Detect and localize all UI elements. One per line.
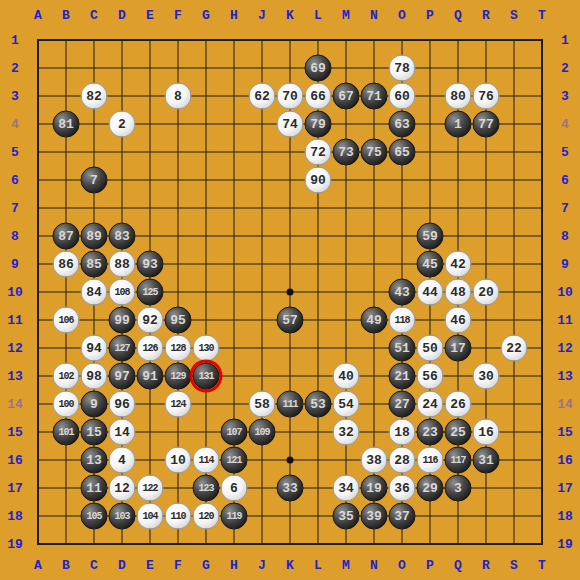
column-label-bottom-d: D: [118, 558, 126, 573]
column-label-bottom-a: A: [34, 558, 42, 573]
stone-number: 126: [142, 343, 157, 353]
stone-black-77-r4: 77: [473, 111, 500, 138]
stone-black-109-j15: 109: [249, 419, 276, 446]
row-label-right-8: 8: [561, 229, 569, 244]
stone-black-23-p15: 23: [417, 419, 444, 446]
stone-number: 2: [118, 118, 126, 131]
stone-black-75-n5: 75: [361, 139, 388, 166]
row-label-left-11: 11: [7, 313, 23, 328]
stone-black-1-q4: 1: [445, 111, 472, 138]
stone-number: 49: [366, 314, 382, 327]
column-label-top-e: E: [146, 8, 154, 23]
stone-black-117-q16: 117: [445, 447, 472, 474]
stone-black-81-b4: 81: [53, 111, 80, 138]
stone-white-88-d9: 88: [109, 251, 136, 278]
stone-number: 62: [254, 90, 270, 103]
row-label-left-19: 19: [7, 537, 23, 552]
stone-number: 97: [114, 370, 130, 383]
stone-black-53-l14: 53: [305, 391, 332, 418]
stone-number: 79: [310, 118, 326, 131]
stone-number: 18: [394, 426, 410, 439]
stone-number: 63: [394, 118, 410, 131]
stone-white-72-l5: 72: [305, 139, 332, 166]
stone-number: 35: [338, 510, 354, 523]
stone-number: 27: [394, 398, 410, 411]
stone-black-73-m5: 73: [333, 139, 360, 166]
stone-number: 99: [114, 314, 130, 327]
row-label-right-17: 17: [557, 481, 573, 496]
stone-number: 128: [170, 343, 185, 353]
stone-number: 91: [142, 370, 158, 383]
stone-white-108-d10: 108: [109, 279, 136, 306]
stone-black-57-k11: 57: [277, 307, 304, 334]
stone-number: 105: [86, 511, 101, 521]
row-label-right-1: 1: [561, 33, 569, 48]
stone-white-60-o3: 60: [389, 83, 416, 110]
column-label-bottom-o: O: [398, 558, 406, 573]
column-label-bottom-r: R: [482, 558, 490, 573]
stone-black-79-l4: 79: [305, 111, 332, 138]
stone-white-90-l6: 90: [305, 167, 332, 194]
stone-white-76-r3: 76: [473, 83, 500, 110]
stone-number: 124: [170, 399, 185, 409]
stone-number: 16: [478, 426, 494, 439]
stone-number: 65: [394, 146, 410, 159]
stone-white-14-d15: 14: [109, 419, 136, 446]
stone-white-102-b13: 102: [53, 363, 80, 390]
stone-white-18-o15: 18: [389, 419, 416, 446]
row-label-left-6: 6: [11, 173, 19, 188]
stone-number: 66: [310, 90, 326, 103]
stone-black-125-e10: 125: [137, 279, 164, 306]
stone-black-17-q12: 17: [445, 335, 472, 362]
stone-number: 6: [230, 482, 238, 495]
column-label-top-b: B: [62, 8, 70, 23]
stone-number: 8: [174, 90, 182, 103]
stone-number: 89: [86, 230, 102, 243]
stone-number: 9: [90, 398, 98, 411]
stone-black-7-c6: 7: [81, 167, 108, 194]
stone-black-19-n17: 19: [361, 475, 388, 502]
stone-number: 67: [338, 90, 354, 103]
stone-number: 87: [58, 230, 74, 243]
stone-number: 48: [450, 286, 466, 299]
row-label-right-12: 12: [557, 341, 573, 356]
stone-black-27-o14: 27: [389, 391, 416, 418]
stone-number: 57: [282, 314, 298, 327]
stone-white-32-m15: 32: [333, 419, 360, 446]
stone-number: 98: [86, 370, 102, 383]
go-board[interactable]: AABBCCDDEEFFGGHHJJKKLLMMNNOOPPQQRRSSTT11…: [0, 0, 580, 580]
stone-number: 110: [170, 511, 185, 521]
stone-black-15-c15: 15: [81, 419, 108, 446]
column-label-bottom-f: F: [174, 558, 182, 573]
stone-black-35-m18: 35: [333, 503, 360, 530]
stone-black-89-c8: 89: [81, 223, 108, 250]
stone-white-58-j14: 58: [249, 391, 276, 418]
stone-black-3-q17: 3: [445, 475, 472, 502]
stone-number: 25: [450, 426, 466, 439]
stone-number: 56: [422, 370, 438, 383]
stone-number: 72: [310, 146, 326, 159]
stone-number: 107: [226, 427, 241, 437]
stone-black-121-h16: 121: [221, 447, 248, 474]
stone-white-130-g12: 130: [193, 335, 220, 362]
stone-black-65-o5: 65: [389, 139, 416, 166]
stone-black-105-c18: 105: [81, 503, 108, 530]
stone-number: 51: [394, 342, 410, 355]
stone-black-33-k17: 33: [277, 475, 304, 502]
stone-number: 30: [478, 370, 494, 383]
stone-black-99-d11: 99: [109, 307, 136, 334]
column-label-top-n: N: [370, 8, 378, 23]
stone-number: 58: [254, 398, 270, 411]
stone-black-67-m3: 67: [333, 83, 360, 110]
stone-black-25-q15: 25: [445, 419, 472, 446]
row-label-left-16: 16: [7, 453, 23, 468]
stone-number: 116: [422, 455, 437, 465]
row-label-left-2: 2: [11, 61, 19, 76]
stone-number: 22: [506, 342, 522, 355]
stone-number: 80: [450, 90, 466, 103]
stone-white-74-k4: 74: [277, 111, 304, 138]
stone-black-29-p17: 29: [417, 475, 444, 502]
stone-number: 100: [58, 399, 73, 409]
star-point-k16: [287, 457, 294, 464]
stone-number: 119: [226, 511, 241, 521]
stone-black-131-g13-last-move: 131: [193, 363, 220, 390]
stone-number: 125: [142, 287, 157, 297]
stone-black-9-c14: 9: [81, 391, 108, 418]
stone-number: 93: [142, 258, 158, 271]
stone-white-118-o11: 118: [389, 307, 416, 334]
stone-white-34-m17: 34: [333, 475, 360, 502]
stone-white-4-d16: 4: [109, 447, 136, 474]
stone-number: 3: [454, 482, 462, 495]
column-label-bottom-j: J: [258, 558, 266, 573]
stone-number: 26: [450, 398, 466, 411]
stone-number: 85: [86, 258, 102, 271]
row-label-right-18: 18: [557, 509, 573, 524]
stone-number: 59: [422, 230, 438, 243]
column-label-top-f: F: [174, 8, 182, 23]
stone-number: 45: [422, 258, 438, 271]
stone-black-13-c16: 13: [81, 447, 108, 474]
column-label-top-c: C: [90, 8, 98, 23]
stone-white-70-k3: 70: [277, 83, 304, 110]
column-label-top-t: T: [538, 8, 546, 23]
stone-number: 95: [170, 314, 186, 327]
stone-number: 29: [422, 482, 438, 495]
stone-white-104-e18: 104: [137, 503, 164, 530]
column-label-bottom-t: T: [538, 558, 546, 573]
row-label-right-6: 6: [561, 173, 569, 188]
stone-number: 69: [310, 62, 326, 75]
stone-number: 81: [58, 118, 74, 131]
column-label-top-r: R: [482, 8, 490, 23]
column-label-top-h: H: [230, 8, 238, 23]
stone-black-59-p8: 59: [417, 223, 444, 250]
stone-number: 36: [394, 482, 410, 495]
stone-white-62-j3: 62: [249, 83, 276, 110]
stone-number: 83: [114, 230, 130, 243]
column-label-bottom-q: Q: [454, 558, 462, 573]
stone-white-48-q10: 48: [445, 279, 472, 306]
stone-white-98-c13: 98: [81, 363, 108, 390]
stone-number: 17: [450, 342, 466, 355]
stone-black-85-c9: 85: [81, 251, 108, 278]
stone-black-95-f11: 95: [165, 307, 192, 334]
row-label-right-7: 7: [561, 201, 569, 216]
row-label-right-5: 5: [561, 145, 569, 160]
stone-white-66-l3: 66: [305, 83, 332, 110]
stone-white-94-c12: 94: [81, 335, 108, 362]
row-label-left-18: 18: [7, 509, 23, 524]
stone-white-54-m14: 54: [333, 391, 360, 418]
stone-white-100-b14: 100: [53, 391, 80, 418]
row-label-right-13: 13: [557, 369, 573, 384]
stone-number: 42: [450, 258, 466, 271]
stone-white-82-c3: 82: [81, 83, 108, 110]
stone-white-16-r15: 16: [473, 419, 500, 446]
stone-number: 130: [198, 343, 213, 353]
stone-white-36-o17: 36: [389, 475, 416, 502]
stone-number: 4: [118, 454, 126, 467]
stone-black-107-h15: 107: [221, 419, 248, 446]
stone-white-124-f14: 124: [165, 391, 192, 418]
stone-white-80-q3: 80: [445, 83, 472, 110]
stone-white-106-b11: 106: [53, 307, 80, 334]
row-label-left-3: 3: [11, 89, 19, 104]
stone-white-128-f12: 128: [165, 335, 192, 362]
stone-number: 74: [282, 118, 298, 131]
stone-black-103-d18: 103: [109, 503, 136, 530]
stone-number: 70: [282, 90, 298, 103]
column-label-bottom-n: N: [370, 558, 378, 573]
row-label-left-12: 12: [7, 341, 23, 356]
row-label-right-19: 19: [557, 537, 573, 552]
stone-number: 20: [478, 286, 494, 299]
row-label-left-14: 14: [7, 397, 23, 412]
stone-white-116-p16: 116: [417, 447, 444, 474]
stone-number: 50: [422, 342, 438, 355]
stone-number: 44: [422, 286, 438, 299]
stone-number: 76: [478, 90, 494, 103]
stone-number: 102: [58, 371, 73, 381]
row-label-left-9: 9: [11, 257, 19, 272]
stone-white-44-p10: 44: [417, 279, 444, 306]
stone-white-2-d4: 2: [109, 111, 136, 138]
stone-number: 131: [198, 371, 213, 381]
stone-number: 75: [366, 146, 382, 159]
stone-white-46-q11: 46: [445, 307, 472, 334]
column-label-top-p: P: [426, 8, 434, 23]
stone-number: 40: [338, 370, 354, 383]
stone-number: 78: [394, 62, 410, 75]
stone-number: 96: [114, 398, 130, 411]
stone-white-38-n16: 38: [361, 447, 388, 474]
stone-number: 94: [86, 342, 102, 355]
row-label-left-13: 13: [7, 369, 23, 384]
stone-number: 77: [478, 118, 494, 131]
stone-white-40-m13: 40: [333, 363, 360, 390]
stone-black-93-e9: 93: [137, 251, 164, 278]
row-label-right-11: 11: [557, 313, 573, 328]
row-label-right-3: 3: [561, 89, 569, 104]
stone-number: 34: [338, 482, 354, 495]
stone-number: 23: [422, 426, 438, 439]
column-label-bottom-c: C: [90, 558, 98, 573]
column-label-top-d: D: [118, 8, 126, 23]
column-label-bottom-m: M: [342, 558, 350, 573]
stone-black-97-d13: 97: [109, 363, 136, 390]
stone-number: 39: [366, 510, 382, 523]
stone-number: 111: [282, 399, 297, 409]
stone-black-37-o18: 37: [389, 503, 416, 530]
stone-white-86-b9: 86: [53, 251, 80, 278]
row-label-right-14: 14: [557, 397, 573, 412]
stone-black-11-c17: 11: [81, 475, 108, 502]
row-label-left-5: 5: [11, 145, 19, 160]
column-label-top-m: M: [342, 8, 350, 23]
column-label-bottom-b: B: [62, 558, 70, 573]
column-label-top-s: S: [510, 8, 518, 23]
stone-number: 15: [86, 426, 102, 439]
stone-number: 33: [282, 482, 298, 495]
stone-white-84-c10: 84: [81, 279, 108, 306]
stone-number: 32: [338, 426, 354, 439]
stone-white-10-f16: 10: [165, 447, 192, 474]
column-label-bottom-g: G: [202, 558, 210, 573]
stone-number: 13: [86, 454, 102, 467]
stone-white-42-q9: 42: [445, 251, 472, 278]
stone-number: 37: [394, 510, 410, 523]
stone-number: 90: [310, 174, 326, 187]
stone-number: 7: [90, 174, 98, 187]
stone-number: 24: [422, 398, 438, 411]
stone-number: 54: [338, 398, 354, 411]
stone-white-8-f3: 8: [165, 83, 192, 110]
stone-number: 118: [394, 315, 409, 325]
stone-number: 1: [454, 118, 462, 131]
stone-white-92-e11: 92: [137, 307, 164, 334]
stone-black-31-r16: 31: [473, 447, 500, 474]
stone-white-110-f18: 110: [165, 503, 192, 530]
column-label-bottom-k: K: [286, 558, 294, 573]
star-point-k10: [287, 289, 294, 296]
stone-number: 28: [394, 454, 410, 467]
stone-number: 122: [142, 483, 157, 493]
stone-white-26-q14: 26: [445, 391, 472, 418]
row-label-right-4: 4: [561, 117, 569, 132]
stone-black-87-b8: 87: [53, 223, 80, 250]
row-label-left-15: 15: [7, 425, 23, 440]
stone-number: 121: [226, 455, 241, 465]
column-label-bottom-h: H: [230, 558, 238, 573]
stone-number: 31: [478, 454, 494, 467]
stone-white-122-e17: 122: [137, 475, 164, 502]
stone-number: 86: [58, 258, 74, 271]
stone-black-51-o12: 51: [389, 335, 416, 362]
column-label-top-g: G: [202, 8, 210, 23]
stone-number: 71: [366, 90, 382, 103]
stone-number: 88: [114, 258, 130, 271]
column-label-top-l: L: [314, 8, 322, 23]
row-label-right-15: 15: [557, 425, 573, 440]
stone-black-101-b15: 101: [53, 419, 80, 446]
stone-number: 104: [142, 511, 157, 521]
column-label-top-k: K: [286, 8, 294, 23]
stone-black-91-e13: 91: [137, 363, 164, 390]
stone-black-129-f13: 129: [165, 363, 192, 390]
stone-black-83-d8: 83: [109, 223, 136, 250]
row-label-left-8: 8: [11, 229, 19, 244]
stone-number: 117: [450, 455, 465, 465]
stone-white-24-p14: 24: [417, 391, 444, 418]
stone-black-127-d12: 127: [109, 335, 136, 362]
stone-number: 73: [338, 146, 354, 159]
column-label-bottom-e: E: [146, 558, 154, 573]
stone-black-39-n18: 39: [361, 503, 388, 530]
stone-black-49-n11: 49: [361, 307, 388, 334]
column-label-top-a: A: [34, 8, 42, 23]
stone-white-96-d14: 96: [109, 391, 136, 418]
column-label-bottom-l: L: [314, 558, 322, 573]
stone-number: 120: [198, 511, 213, 521]
row-label-left-7: 7: [11, 201, 19, 216]
stone-black-123-g17: 123: [193, 475, 220, 502]
row-label-right-10: 10: [557, 285, 573, 300]
row-label-right-9: 9: [561, 257, 569, 272]
stone-number: 19: [366, 482, 382, 495]
stone-black-45-p9: 45: [417, 251, 444, 278]
stone-number: 92: [142, 314, 158, 327]
column-label-bottom-s: S: [510, 558, 518, 573]
stone-number: 129: [170, 371, 185, 381]
stone-number: 60: [394, 90, 410, 103]
stone-white-28-o16: 28: [389, 447, 416, 474]
stone-white-20-r10: 20: [473, 279, 500, 306]
stone-white-22-s12: 22: [501, 335, 528, 362]
stone-white-120-g18: 120: [193, 503, 220, 530]
row-label-left-4: 4: [11, 117, 19, 132]
stone-black-43-o10: 43: [389, 279, 416, 306]
stone-number: 12: [114, 482, 130, 495]
row-label-right-2: 2: [561, 61, 569, 76]
stone-black-69-l2: 69: [305, 55, 332, 82]
stone-white-6-h17: 6: [221, 475, 248, 502]
stone-white-114-g16: 114: [193, 447, 220, 474]
stone-black-119-h18: 119: [221, 503, 248, 530]
column-label-top-o: O: [398, 8, 406, 23]
stone-number: 10: [170, 454, 186, 467]
row-label-left-17: 17: [7, 481, 23, 496]
row-label-right-16: 16: [557, 453, 573, 468]
column-label-bottom-p: P: [426, 558, 434, 573]
stone-number: 38: [366, 454, 382, 467]
stone-number: 82: [86, 90, 102, 103]
stone-white-78-o2: 78: [389, 55, 416, 82]
stone-number: 14: [114, 426, 130, 439]
stone-number: 127: [114, 343, 129, 353]
stone-number: 46: [450, 314, 466, 327]
column-label-top-q: Q: [454, 8, 462, 23]
row-label-left-10: 10: [7, 285, 23, 300]
stone-number: 43: [394, 286, 410, 299]
stone-black-21-o13: 21: [389, 363, 416, 390]
stone-white-56-p13: 56: [417, 363, 444, 390]
stone-black-111-k14: 111: [277, 391, 304, 418]
